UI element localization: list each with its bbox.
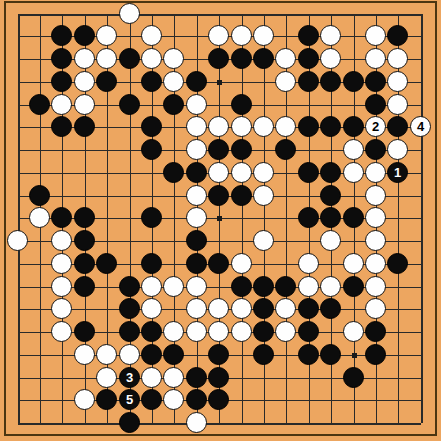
stone-black [51, 71, 72, 92]
stone-white [343, 321, 364, 342]
stone-black [320, 116, 341, 137]
stone-black [163, 162, 184, 183]
stone-white [51, 253, 72, 274]
stone-white [365, 185, 386, 206]
stone-white [253, 116, 274, 137]
stone-black [96, 253, 117, 274]
stone-black [275, 139, 296, 160]
stone-white [119, 344, 140, 365]
stone-white [163, 48, 184, 69]
stone-black [141, 344, 162, 365]
stone-white [51, 298, 72, 319]
stone-black [365, 71, 386, 92]
stone-white [231, 298, 252, 319]
stone-white [74, 94, 95, 115]
stone-white [365, 207, 386, 228]
stone-black [141, 116, 162, 137]
stone-black [298, 298, 319, 319]
stone-black [253, 344, 274, 365]
stone-white [208, 321, 229, 342]
stone-black-move-5: 5 [119, 389, 140, 410]
stone-white [51, 321, 72, 342]
grid-line-horizontal [18, 423, 421, 425]
stone-black [208, 185, 229, 206]
stone-black [51, 48, 72, 69]
stone-black [186, 367, 207, 388]
stone-white [141, 298, 162, 319]
stone-black [275, 276, 296, 297]
stone-white [365, 253, 386, 274]
stone-white [231, 25, 252, 46]
stone-white [186, 116, 207, 137]
stone-white [119, 3, 140, 24]
stone-white [51, 230, 72, 251]
stone-white [253, 162, 274, 183]
stone-white [298, 276, 319, 297]
stone-white [387, 71, 408, 92]
stone-white [186, 207, 207, 228]
stone-white [51, 94, 72, 115]
stone-black [29, 94, 50, 115]
stone-black [253, 298, 274, 319]
stone-white [51, 276, 72, 297]
stone-white [208, 298, 229, 319]
stone-black [320, 298, 341, 319]
stone-black [51, 25, 72, 46]
stone-white-move-4: 4 [410, 116, 431, 137]
stone-black [231, 139, 252, 160]
stone-black [119, 94, 140, 115]
stone-white [320, 48, 341, 69]
stone-white [74, 389, 95, 410]
stone-black [208, 367, 229, 388]
stone-black [365, 94, 386, 115]
stone-white [96, 25, 117, 46]
stone-black [163, 94, 184, 115]
grid-line-horizontal [18, 14, 421, 16]
stone-black [74, 207, 95, 228]
stone-black [231, 185, 252, 206]
stone-white [186, 298, 207, 319]
stone-white [298, 253, 319, 274]
stone-white [320, 230, 341, 251]
stone-white [365, 298, 386, 319]
stone-black [119, 321, 140, 342]
stone-black [96, 71, 117, 92]
stone-black [231, 48, 252, 69]
stone-black [343, 276, 364, 297]
stone-black [298, 116, 319, 137]
stone-black [208, 344, 229, 365]
stone-white [343, 139, 364, 160]
stone-white [74, 48, 95, 69]
stone-black [231, 94, 252, 115]
stone-black [253, 321, 274, 342]
stone-white [141, 48, 162, 69]
stone-black [343, 207, 364, 228]
stone-black [365, 344, 386, 365]
stone-black [74, 321, 95, 342]
stone-black [298, 162, 319, 183]
stone-black [141, 253, 162, 274]
stone-white [275, 48, 296, 69]
stone-black [298, 71, 319, 92]
stone-black [186, 389, 207, 410]
stone-black [141, 207, 162, 228]
stone-black [74, 253, 95, 274]
stone-black [29, 185, 50, 206]
stone-white [365, 48, 386, 69]
stone-black [365, 321, 386, 342]
stone-black [74, 116, 95, 137]
stone-white [141, 276, 162, 297]
stone-black [208, 48, 229, 69]
stone-black [320, 162, 341, 183]
stone-black [163, 344, 184, 365]
stone-black [231, 276, 252, 297]
stone-white [74, 71, 95, 92]
star-point [217, 216, 222, 221]
stone-black [298, 344, 319, 365]
stone-black [298, 25, 319, 46]
stone-white [163, 321, 184, 342]
stone-white [387, 139, 408, 160]
stone-white [253, 185, 274, 206]
stone-white [320, 25, 341, 46]
stone-black [253, 48, 274, 69]
stone-white [186, 412, 207, 433]
stone-white [275, 298, 296, 319]
stone-white [96, 48, 117, 69]
stone-white [231, 116, 252, 137]
stone-black [186, 253, 207, 274]
stone-white [343, 253, 364, 274]
stone-white [163, 367, 184, 388]
stone-white [253, 230, 274, 251]
stone-white [186, 139, 207, 160]
stone-white [365, 230, 386, 251]
stone-black [387, 253, 408, 274]
stone-white-move-2: 2 [365, 116, 386, 137]
stone-white [231, 321, 252, 342]
stone-white [208, 116, 229, 137]
stone-black [387, 116, 408, 137]
stone-black [74, 25, 95, 46]
stone-black [141, 321, 162, 342]
stone-black [320, 207, 341, 228]
stone-white [365, 162, 386, 183]
stone-black [119, 276, 140, 297]
stone-black [186, 230, 207, 251]
stone-black [208, 389, 229, 410]
stone-black [298, 207, 319, 228]
stone-white [275, 321, 296, 342]
stone-white [96, 367, 117, 388]
stone-white [74, 344, 95, 365]
stone-black [298, 48, 319, 69]
stone-white [231, 253, 252, 274]
go-board[interactable]: 24135 [0, 0, 441, 441]
stone-black [141, 139, 162, 160]
go-diagram: 24135 [0, 0, 441, 441]
stone-white [231, 162, 252, 183]
stone-black [253, 276, 274, 297]
stone-white [320, 276, 341, 297]
stone-black-move-3: 3 [119, 367, 140, 388]
stone-black [343, 71, 364, 92]
stone-white [163, 389, 184, 410]
grid-line-vertical [421, 14, 423, 423]
stone-black [74, 276, 95, 297]
stone-black [119, 412, 140, 433]
stone-black [96, 389, 117, 410]
stone-black [186, 71, 207, 92]
stone-black [320, 185, 341, 206]
stone-white [163, 276, 184, 297]
stone-white [387, 94, 408, 115]
stone-black [141, 71, 162, 92]
stone-black [343, 116, 364, 137]
stone-black [320, 344, 341, 365]
stone-white [253, 25, 274, 46]
stone-black [320, 71, 341, 92]
stone-white [275, 116, 296, 137]
stone-black [208, 253, 229, 274]
stone-black [343, 367, 364, 388]
stone-white [7, 230, 28, 251]
stone-white [186, 321, 207, 342]
stone-black [208, 139, 229, 160]
stone-white [29, 207, 50, 228]
stone-black-move-1: 1 [387, 162, 408, 183]
stone-white [208, 25, 229, 46]
stone-black [119, 48, 140, 69]
stone-black [186, 162, 207, 183]
stone-black [365, 139, 386, 160]
stone-white [387, 48, 408, 69]
stone-white [186, 276, 207, 297]
stone-black [387, 25, 408, 46]
star-point [217, 80, 222, 85]
stone-white [163, 71, 184, 92]
stone-white [208, 162, 229, 183]
stone-white [96, 344, 117, 365]
stone-white [365, 276, 386, 297]
stone-black [51, 116, 72, 137]
stone-white [141, 367, 162, 388]
stone-white [186, 94, 207, 115]
stone-black [141, 389, 162, 410]
stone-black [119, 298, 140, 319]
stone-black [51, 207, 72, 228]
stone-black [298, 321, 319, 342]
stone-white [365, 25, 386, 46]
stone-black [74, 230, 95, 251]
stone-white [141, 25, 162, 46]
stone-white [275, 71, 296, 92]
stone-white [343, 162, 364, 183]
star-point [352, 353, 357, 358]
stone-white [186, 185, 207, 206]
